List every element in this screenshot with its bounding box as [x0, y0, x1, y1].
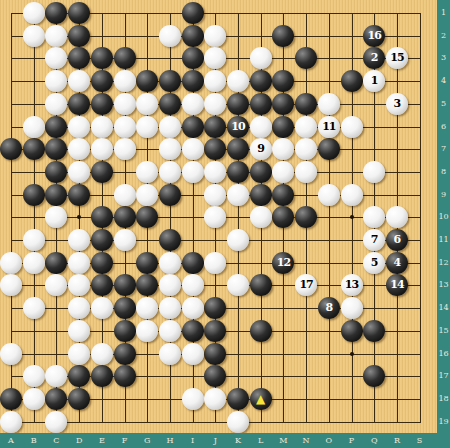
stone-black-L5[interactable]	[250, 93, 272, 115]
column-label-G: G	[140, 435, 154, 446]
column-label-R: R	[390, 435, 404, 446]
stone-white-B1[interactable]	[23, 2, 45, 24]
column-label-H: H	[163, 435, 177, 446]
stone-white-B11[interactable]	[23, 229, 45, 251]
stone-white-D14[interactable]	[68, 297, 90, 319]
stone-black-L4[interactable]	[250, 70, 272, 92]
stone-white-C2[interactable]	[45, 25, 67, 47]
stone-black-C8[interactable]	[45, 161, 67, 183]
stone-black-I12[interactable]	[182, 252, 204, 274]
stone-white-D4[interactable]	[68, 70, 90, 92]
stone-black-C7[interactable]	[45, 138, 67, 160]
stone-black-D17[interactable]	[68, 365, 90, 387]
stone-white-F9[interactable]	[114, 184, 136, 206]
column-label-F: F	[118, 435, 132, 446]
stone-black-G13[interactable]	[136, 274, 158, 296]
stone-white-C17[interactable]	[45, 365, 67, 387]
stone-white-P9[interactable]	[341, 184, 363, 206]
row-label-17: 17	[437, 371, 450, 381]
stone-white-F6[interactable]	[114, 116, 136, 138]
stone-white-I14[interactable]	[182, 297, 204, 319]
star-point	[350, 352, 354, 356]
stone-white-D12[interactable]	[68, 252, 90, 274]
stone-black-I4[interactable]	[182, 70, 204, 92]
stone-white-H14[interactable]	[159, 297, 181, 319]
stone-black-O14[interactable]	[318, 297, 340, 319]
stone-black-L8[interactable]	[250, 161, 272, 183]
stone-white-R3[interactable]	[386, 47, 408, 69]
stone-black-D1[interactable]	[68, 2, 90, 24]
star-point	[350, 215, 354, 219]
column-label-C: C	[49, 435, 63, 446]
stone-black-K6[interactable]	[227, 116, 249, 138]
stone-white-J5[interactable]	[204, 93, 226, 115]
stone-white-J9[interactable]	[204, 184, 226, 206]
stone-white-J8[interactable]	[204, 161, 226, 183]
stone-black-A18[interactable]	[0, 388, 22, 410]
stone-white-K9[interactable]	[227, 184, 249, 206]
stone-white-K13[interactable]	[227, 274, 249, 296]
stone-white-B6[interactable]	[23, 116, 45, 138]
stone-white-H8[interactable]	[159, 161, 181, 183]
row-label-14: 14	[437, 303, 450, 313]
row-label-7: 7	[437, 144, 450, 154]
stone-white-Q11[interactable]	[363, 229, 385, 251]
row-label-8: 8	[437, 167, 450, 177]
stone-white-I13[interactable]	[182, 274, 204, 296]
stone-black-B9[interactable]	[23, 184, 45, 206]
row-label-9: 9	[437, 190, 450, 200]
stone-black-F3[interactable]	[114, 47, 136, 69]
stone-black-B7[interactable]	[23, 138, 45, 160]
stone-black-F15[interactable]	[114, 320, 136, 342]
stone-white-M7[interactable]	[272, 138, 294, 160]
stone-black-P4[interactable]	[341, 70, 363, 92]
column-coordinate-strip: ABCDEFGHIJKLMNOPQRS	[0, 433, 450, 448]
stone-black-F14[interactable]	[114, 297, 136, 319]
stone-white-L6[interactable]	[250, 116, 272, 138]
stone-black-H9[interactable]	[159, 184, 181, 206]
stone-black-M12[interactable]	[272, 252, 294, 274]
stone-black-M5[interactable]	[272, 93, 294, 115]
stone-white-L7[interactable]	[250, 138, 272, 160]
stone-black-I15[interactable]	[182, 320, 204, 342]
stone-black-J15[interactable]	[204, 320, 226, 342]
row-label-4: 4	[437, 76, 450, 86]
stone-white-J18[interactable]	[204, 388, 226, 410]
stone-white-F7[interactable]	[114, 138, 136, 160]
stone-white-D8[interactable]	[68, 161, 90, 183]
column-strip-background	[0, 433, 450, 448]
stone-white-O5[interactable]	[318, 93, 340, 115]
go-diagram: 1234567891011121314151617▲ 1234567891011…	[0, 0, 450, 448]
stone-black-E8[interactable]	[91, 161, 113, 183]
stone-black-I6[interactable]	[182, 116, 204, 138]
stone-white-B17[interactable]	[23, 365, 45, 387]
stone-black-D3[interactable]	[68, 47, 90, 69]
stone-white-Q12[interactable]	[363, 252, 385, 274]
stone-black-K5[interactable]	[227, 93, 249, 115]
stone-black-D2[interactable]	[68, 25, 90, 47]
stone-white-A16[interactable]	[0, 343, 22, 365]
stone-black-H4[interactable]	[159, 70, 181, 92]
column-label-L: L	[254, 435, 268, 446]
stone-black-Q17[interactable]	[363, 365, 385, 387]
stone-white-L3[interactable]	[250, 47, 272, 69]
row-label-15: 15	[437, 326, 450, 336]
stone-white-C5[interactable]	[45, 93, 67, 115]
stone-black-K8[interactable]	[227, 161, 249, 183]
stone-white-B12[interactable]	[23, 252, 45, 274]
stone-white-D11[interactable]	[68, 229, 90, 251]
stone-white-E14[interactable]	[91, 297, 113, 319]
stone-white-C4[interactable]	[45, 70, 67, 92]
stone-white-P6[interactable]	[341, 116, 363, 138]
stone-white-E6[interactable]	[91, 116, 113, 138]
stone-white-O9[interactable]	[318, 184, 340, 206]
stone-black-E5[interactable]	[91, 93, 113, 115]
stone-white-D6[interactable]	[68, 116, 90, 138]
column-label-O: O	[322, 435, 336, 446]
go-board[interactable]: 1234567891011121314151617▲	[0, 0, 450, 448]
stone-white-E16[interactable]	[91, 343, 113, 365]
stone-white-A12[interactable]	[0, 252, 22, 274]
stone-black-C18[interactable]	[45, 388, 67, 410]
stone-black-Q3[interactable]	[363, 47, 385, 69]
stone-white-J10[interactable]	[204, 206, 226, 228]
stone-black-R13[interactable]	[386, 274, 408, 296]
stone-black-N5[interactable]	[295, 93, 317, 115]
stone-white-K4[interactable]	[227, 70, 249, 92]
column-label-Q: Q	[367, 435, 381, 446]
stone-white-H7[interactable]	[159, 138, 181, 160]
stone-black-M10[interactable]	[272, 206, 294, 228]
stone-black-G12[interactable]	[136, 252, 158, 274]
stone-white-C3[interactable]	[45, 47, 67, 69]
stone-white-G6[interactable]	[136, 116, 158, 138]
stone-white-K19[interactable]	[227, 411, 249, 433]
row-label-10: 10	[437, 212, 450, 222]
stone-white-G9[interactable]	[136, 184, 158, 206]
stone-white-F4[interactable]	[114, 70, 136, 92]
stone-white-N6[interactable]	[295, 116, 317, 138]
stone-white-J4[interactable]	[204, 70, 226, 92]
stone-black-R11[interactable]	[386, 229, 408, 251]
stone-black-D5[interactable]	[68, 93, 90, 115]
column-label-E: E	[95, 435, 109, 446]
stone-white-H6[interactable]	[159, 116, 181, 138]
stone-black-M6[interactable]	[272, 116, 294, 138]
stone-white-H13[interactable]	[159, 274, 181, 296]
stone-black-E3[interactable]	[91, 47, 113, 69]
star-point	[77, 215, 81, 219]
stone-white-G8[interactable]	[136, 161, 158, 183]
stone-black-K7[interactable]	[227, 138, 249, 160]
stone-white-D13[interactable]	[68, 274, 90, 296]
stone-white-H2[interactable]	[159, 25, 181, 47]
stone-black-Q15[interactable]	[363, 320, 385, 342]
stone-black-I3[interactable]	[182, 47, 204, 69]
stone-white-Q10[interactable]	[363, 206, 385, 228]
column-label-J: J	[208, 435, 222, 446]
stone-black-C6[interactable]	[45, 116, 67, 138]
stone-black-D9[interactable]	[68, 184, 90, 206]
stone-black-L9[interactable]	[250, 184, 272, 206]
row-coordinate-strip: 12345678910111213141516171819	[437, 0, 450, 448]
stone-white-H15[interactable]	[159, 320, 181, 342]
stone-black-K18[interactable]	[227, 388, 249, 410]
stone-white-J3[interactable]	[204, 47, 226, 69]
stone-black-L18[interactable]	[250, 388, 272, 410]
stone-black-J16[interactable]	[204, 343, 226, 365]
row-label-5: 5	[437, 99, 450, 109]
stone-white-J2[interactable]	[204, 25, 226, 47]
stone-black-E11[interactable]	[91, 229, 113, 251]
stone-white-Q8[interactable]	[363, 161, 385, 183]
row-label-2: 2	[437, 31, 450, 41]
stone-white-C10[interactable]	[45, 206, 67, 228]
stone-black-R12[interactable]	[386, 252, 408, 274]
stone-white-D15[interactable]	[68, 320, 90, 342]
column-label-I: I	[186, 435, 200, 446]
stone-black-L13[interactable]	[250, 274, 272, 296]
stone-black-J7[interactable]	[204, 138, 226, 160]
stone-white-F5[interactable]	[114, 93, 136, 115]
stone-black-J6[interactable]	[204, 116, 226, 138]
stone-black-J17[interactable]	[204, 365, 226, 387]
column-label-K: K	[231, 435, 245, 446]
stone-white-B14[interactable]	[23, 297, 45, 319]
row-label-1: 1	[437, 8, 450, 18]
stone-white-G15[interactable]	[136, 320, 158, 342]
stone-black-E12[interactable]	[91, 252, 113, 274]
stone-black-G4[interactable]	[136, 70, 158, 92]
stone-white-M8[interactable]	[272, 161, 294, 183]
stone-white-N7[interactable]	[295, 138, 317, 160]
stone-black-F17[interactable]	[114, 365, 136, 387]
stone-white-E7[interactable]	[91, 138, 113, 160]
stone-black-O7[interactable]	[318, 138, 340, 160]
grid-line-vertical	[329, 13, 330, 422]
stone-white-C19[interactable]	[45, 411, 67, 433]
row-label-18: 18	[437, 394, 450, 404]
stone-white-P14[interactable]	[341, 297, 363, 319]
stone-black-I2[interactable]	[182, 25, 204, 47]
row-label-6: 6	[437, 122, 450, 132]
row-label-16: 16	[437, 349, 450, 359]
stone-black-C12[interactable]	[45, 252, 67, 274]
stone-white-D7[interactable]	[68, 138, 90, 160]
stone-black-E13[interactable]	[91, 274, 113, 296]
stone-black-H11[interactable]	[159, 229, 181, 251]
stone-black-C1[interactable]	[45, 2, 67, 24]
stone-white-A13[interactable]	[0, 274, 22, 296]
stone-black-M2[interactable]	[272, 25, 294, 47]
stone-black-L15[interactable]	[250, 320, 272, 342]
stone-white-P13[interactable]	[341, 274, 363, 296]
stone-black-C9[interactable]	[45, 184, 67, 206]
stone-black-J14[interactable]	[204, 297, 226, 319]
column-label-D: D	[72, 435, 86, 446]
stone-white-R5[interactable]	[386, 93, 408, 115]
stone-black-G10[interactable]	[136, 206, 158, 228]
stone-white-H12[interactable]	[159, 252, 181, 274]
stone-black-N3[interactable]	[295, 47, 317, 69]
stone-white-A19[interactable]	[0, 411, 22, 433]
column-label-P: P	[345, 435, 359, 446]
row-label-19: 19	[437, 417, 450, 427]
stone-white-G5[interactable]	[136, 93, 158, 115]
stone-black-E4[interactable]	[91, 70, 113, 92]
stone-white-K11[interactable]	[227, 229, 249, 251]
stone-white-G14[interactable]	[136, 297, 158, 319]
stone-white-O6[interactable]	[318, 116, 340, 138]
stone-black-Q2[interactable]	[363, 25, 385, 47]
stone-black-I1[interactable]	[182, 2, 204, 24]
stone-black-F13[interactable]	[114, 274, 136, 296]
row-label-3: 3	[437, 53, 450, 63]
stone-white-C13[interactable]	[45, 274, 67, 296]
row-label-11: 11	[437, 235, 450, 245]
stone-white-F11[interactable]	[114, 229, 136, 251]
stone-black-N10[interactable]	[295, 206, 317, 228]
grid-line-vertical	[420, 13, 421, 422]
stone-black-P15[interactable]	[341, 320, 363, 342]
stone-white-I16[interactable]	[182, 343, 204, 365]
stone-white-J12[interactable]	[204, 252, 226, 274]
stone-black-H5[interactable]	[159, 93, 181, 115]
stone-black-E10[interactable]	[91, 206, 113, 228]
stone-white-I7[interactable]	[182, 138, 204, 160]
stone-black-E17[interactable]	[91, 365, 113, 387]
stone-white-I18[interactable]	[182, 388, 204, 410]
column-label-S: S	[413, 435, 427, 446]
stone-black-A7[interactable]	[0, 138, 22, 160]
column-label-A: A	[4, 435, 18, 446]
stone-white-B2[interactable]	[23, 25, 45, 47]
stone-white-D16[interactable]	[68, 343, 90, 365]
stone-black-F16[interactable]	[114, 343, 136, 365]
row-label-13: 13	[437, 280, 450, 290]
stone-white-L10[interactable]	[250, 206, 272, 228]
stone-white-R10[interactable]	[386, 206, 408, 228]
grid-line-horizontal	[11, 422, 421, 423]
stone-white-N8[interactable]	[295, 161, 317, 183]
row-label-12: 12	[437, 258, 450, 268]
column-label-B: B	[27, 435, 41, 446]
stone-black-M4[interactable]	[272, 70, 294, 92]
stone-white-I5[interactable]	[182, 93, 204, 115]
stone-white-H16[interactable]	[159, 343, 181, 365]
column-label-M: M	[276, 435, 290, 446]
stone-white-B18[interactable]	[23, 388, 45, 410]
stone-white-N13[interactable]	[295, 274, 317, 296]
stone-black-M9[interactable]	[272, 184, 294, 206]
stone-white-Q4[interactable]	[363, 70, 385, 92]
stone-white-I8[interactable]	[182, 161, 204, 183]
stone-black-D18[interactable]	[68, 388, 90, 410]
stone-black-F10[interactable]	[114, 206, 136, 228]
column-label-N: N	[299, 435, 313, 446]
